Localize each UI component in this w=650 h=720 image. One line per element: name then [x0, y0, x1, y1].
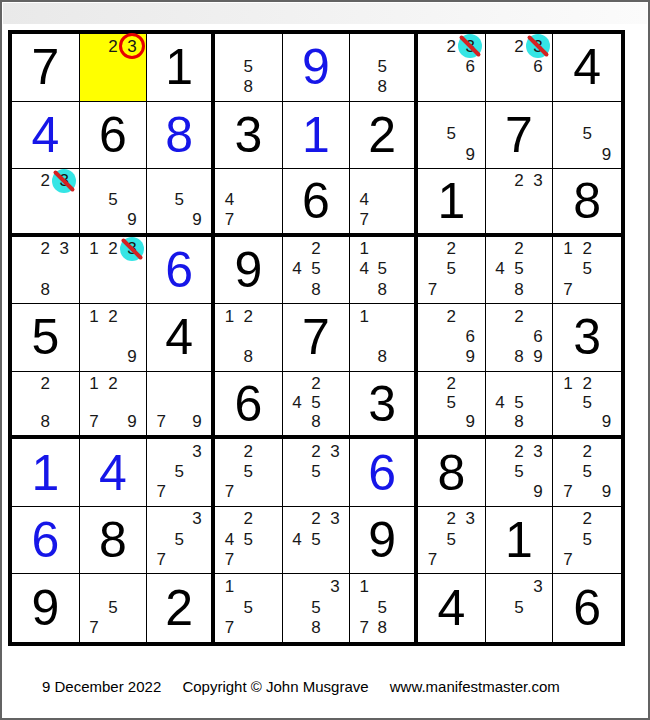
cell-r8c1[interactable]: 6 [12, 507, 80, 575]
candidate-empty [258, 441, 277, 461]
given-digit: 2 [350, 102, 414, 169]
candidate: 2 [578, 441, 597, 461]
candidate-empty [373, 36, 391, 56]
candidate: 7 [423, 279, 442, 299]
cell-r1c5[interactable]: 9 [283, 34, 351, 102]
cell-r5c7[interactable]: 269 [418, 304, 486, 372]
candidate-empty [258, 326, 277, 346]
candidate-empty [36, 209, 55, 228]
candidate-empty [288, 462, 307, 482]
cell-r6c8[interactable]: 458 [486, 372, 554, 440]
candidate-empty [510, 576, 529, 597]
cell-r7c6[interactable]: 6 [350, 439, 418, 507]
candidate-empty [220, 441, 239, 461]
candidate-grid: 2458 [283, 237, 350, 304]
candidate-empty [239, 171, 258, 190]
candidate-empty [85, 347, 104, 367]
cell-r6c7[interactable]: 259 [418, 372, 486, 440]
cell-r2c2[interactable]: 6 [80, 102, 148, 170]
candidate-empty [325, 529, 344, 549]
candidate: 8 [36, 279, 55, 299]
candidate-empty [104, 76, 123, 96]
candidate-empty [17, 259, 36, 279]
candidate: 4 [355, 190, 373, 209]
cell-r1c8[interactable]: 236 [486, 34, 554, 102]
given-digit: 2 [147, 574, 211, 642]
candidate: 9 [597, 144, 616, 164]
candidate: 5 [170, 529, 188, 549]
candidate-eliminated: 3 [122, 239, 141, 259]
candidate-empty [220, 597, 239, 618]
candidate-empty [528, 412, 547, 431]
candidate-empty [355, 597, 373, 618]
cell-r1c9[interactable]: 4 [553, 34, 621, 102]
candidate-empty [258, 617, 277, 638]
candidate: 3 [325, 576, 344, 597]
candidate-empty [104, 279, 123, 299]
candidate: 8 [307, 617, 326, 638]
candidate: 2 [510, 239, 529, 259]
candidate: 7 [220, 617, 239, 638]
candidate: 5 [510, 597, 529, 618]
candidate-empty [55, 190, 74, 209]
candidate: 2 [442, 239, 461, 259]
candidate: 3 [461, 509, 480, 529]
candidate: 5 [578, 462, 597, 482]
candidate-empty [423, 36, 442, 56]
cell-r2c1[interactable]: 4 [12, 102, 80, 170]
candidate-empty [239, 209, 258, 228]
candidate-empty [307, 482, 326, 502]
cell-r4c8[interactable]: 2458 [486, 237, 554, 305]
candidate: 5 [442, 259, 461, 279]
candidate-grid: 58 [350, 34, 414, 101]
footer-website[interactable]: www.manifestmaster.com [390, 678, 560, 695]
candidate: 2 [510, 306, 529, 326]
candidate: 4 [288, 393, 307, 412]
candidate-empty [85, 209, 104, 228]
candidate-empty [578, 549, 597, 569]
candidate-empty [288, 374, 307, 393]
cell-r5c5[interactable]: 7 [283, 304, 351, 372]
cell-r9c1[interactable]: 9 [12, 574, 80, 642]
candidate: 3 [528, 171, 547, 190]
cell-r8c8[interactable]: 1 [486, 507, 554, 575]
candidate-empty [152, 374, 170, 393]
candidate-empty [528, 279, 547, 299]
cell-r5c2[interactable]: 129 [80, 304, 148, 372]
cell-r2c3[interactable]: 8 [147, 102, 215, 170]
candidate: 8 [373, 279, 391, 299]
candidate: 5 [307, 393, 326, 412]
cell-r7c9[interactable]: 2579 [553, 439, 621, 507]
cell-r7c4[interactable]: 257 [215, 439, 283, 507]
cell-r6c6[interactable]: 3 [350, 372, 418, 440]
candidate-empty [528, 597, 547, 618]
candidate-empty [423, 124, 442, 144]
cell-r1c6[interactable]: 58 [350, 34, 418, 102]
candidate: 9 [188, 412, 206, 431]
candidate: 2 [36, 239, 55, 259]
candidate-empty [85, 36, 104, 56]
candidate-empty [288, 412, 307, 431]
cell-r2c4[interactable]: 3 [215, 102, 283, 170]
cell-r4c4[interactable]: 9 [215, 237, 283, 305]
candidate: 8 [510, 279, 529, 299]
given-digit: 6 [553, 574, 621, 642]
candidate-empty [597, 374, 616, 393]
cell-r9c2[interactable]: 57 [80, 574, 148, 642]
candidate-empty [258, 190, 277, 209]
candidate-empty [491, 462, 510, 482]
candidate-empty [104, 617, 123, 638]
candidate: 2 [239, 441, 258, 461]
candidate-empty [17, 374, 36, 393]
candidate: 2 [442, 306, 461, 326]
candidate: 2 [307, 509, 326, 529]
cell-r3c2[interactable]: 59 [80, 169, 148, 237]
candidate: 9 [597, 482, 616, 502]
candidate: 7 [85, 412, 104, 431]
candidate-empty [442, 549, 461, 569]
candidate-empty [85, 56, 104, 76]
candidate-empty [423, 76, 442, 96]
candidate: 5 [307, 597, 326, 618]
candidate-empty [85, 597, 104, 618]
candidate-empty [122, 374, 141, 393]
candidate: 5 [510, 393, 529, 412]
candidate-empty [104, 326, 123, 346]
candidate-empty [391, 209, 409, 228]
candidate-empty [558, 259, 577, 279]
candidate-empty [373, 209, 391, 228]
candidate: 5 [239, 462, 258, 482]
candidate-grid: 23 [12, 169, 79, 233]
candidate-empty [491, 56, 510, 76]
candidate-empty [239, 36, 258, 56]
candidate: 1 [558, 374, 577, 393]
candidate: 2 [510, 441, 529, 461]
candidate-grid: 28 [12, 372, 79, 436]
candidate-empty [491, 209, 510, 228]
cell-r7c3[interactable]: 357 [147, 439, 215, 507]
cell-r6c9[interactable]: 1259 [553, 372, 621, 440]
candidate-empty [122, 617, 141, 638]
candidate-empty [239, 326, 258, 346]
cell-r4c2[interactable]: 123 [80, 237, 148, 305]
cell-r4c1[interactable]: 238 [12, 237, 80, 305]
given-digit: 6 [215, 372, 282, 436]
cell-r7c2[interactable]: 4 [80, 439, 148, 507]
candidate-empty [152, 509, 170, 529]
cell-r6c1[interactable]: 28 [12, 372, 80, 440]
candidate-grid: 59 [147, 169, 211, 233]
candidate-grid: 1257 [553, 237, 621, 304]
candidate-empty [239, 576, 258, 597]
candidate-empty [220, 326, 239, 346]
given-digit: 4 [147, 304, 211, 371]
candidate-empty [558, 144, 577, 164]
cell-r1c3[interactable]: 1 [147, 34, 215, 102]
candidate: 5 [578, 259, 597, 279]
given-digit: 6 [80, 102, 147, 169]
cell-r3c4[interactable]: 47 [215, 169, 283, 237]
candidate-empty [188, 482, 206, 502]
candidate-empty [288, 509, 307, 529]
candidate: 9 [461, 144, 480, 164]
given-digit: 6 [283, 169, 350, 233]
cell-r5c8[interactable]: 2689 [486, 304, 554, 372]
candidate-empty [442, 56, 461, 76]
candidate-empty [423, 144, 442, 164]
candidate-grid: 129 [80, 304, 147, 371]
candidate-empty [170, 412, 188, 431]
candidate-grid: 238 [12, 237, 79, 304]
candidate-grid: 2357 [418, 507, 485, 574]
candidate-empty [152, 462, 170, 482]
candidate-empty [558, 462, 577, 482]
candidate-empty [528, 76, 547, 96]
candidate-empty [188, 393, 206, 412]
cell-r9c6[interactable]: 1578 [350, 574, 418, 642]
cell-r6c5[interactable]: 2458 [283, 372, 351, 440]
cell-r5c9[interactable]: 3 [553, 304, 621, 372]
candidate-empty [122, 576, 141, 597]
cell-r7c5[interactable]: 235 [283, 439, 351, 507]
candidate-empty [122, 56, 141, 76]
cell-r9c3[interactable]: 2 [147, 574, 215, 642]
cell-r8c4[interactable]: 2457 [215, 507, 283, 575]
candidate-empty [325, 412, 344, 431]
candidate-empty [325, 393, 344, 412]
candidate-grid: 59 [418, 102, 485, 169]
cell-r2c8[interactable]: 7 [486, 102, 554, 170]
cell-r1c2[interactable]: 23 [80, 34, 148, 102]
candidate-empty [597, 393, 616, 412]
candidate-empty [597, 259, 616, 279]
candidate-empty [442, 76, 461, 96]
cell-r4c5[interactable]: 2458 [283, 237, 351, 305]
cell-r3c3[interactable]: 59 [147, 169, 215, 237]
cell-r9c4[interactable]: 157 [215, 574, 283, 642]
cell-r4c9[interactable]: 1257 [553, 237, 621, 305]
candidate-empty [170, 509, 188, 529]
candidate: 9 [122, 412, 141, 431]
candidate-empty [325, 462, 344, 482]
cell-r2c7[interactable]: 59 [418, 102, 486, 170]
cell-r6c3[interactable]: 79 [147, 372, 215, 440]
candidate-empty [220, 36, 239, 56]
solved-digit: 8 [147, 102, 211, 169]
candidate-grid: 358 [283, 574, 350, 642]
candidate-empty [288, 441, 307, 461]
cell-r7c7[interactable]: 8 [418, 439, 486, 507]
candidate-empty [258, 597, 277, 618]
candidate: 9 [461, 347, 480, 367]
candidate-empty [461, 279, 480, 299]
candidate-empty [55, 412, 74, 431]
candidate-empty [578, 482, 597, 502]
candidate-empty [17, 209, 36, 228]
candidate-empty [220, 462, 239, 482]
candidate-grid: 57 [80, 574, 147, 642]
candidate: 5 [373, 56, 391, 76]
candidate-empty [423, 239, 442, 259]
cell-r8c9[interactable]: 257 [553, 507, 621, 575]
candidate-empty [355, 347, 373, 367]
candidate: 7 [85, 617, 104, 638]
cell-r2c6[interactable]: 2 [350, 102, 418, 170]
candidate-empty [355, 279, 373, 299]
candidate: 2 [307, 374, 326, 393]
candidate: 7 [152, 412, 170, 431]
candidate: 8 [239, 347, 258, 367]
candidate-empty [258, 36, 277, 56]
cell-r1c7[interactable]: 236 [418, 34, 486, 102]
candidate-empty [188, 190, 206, 209]
cell-r4c7[interactable]: 257 [418, 237, 486, 305]
cell-r3c6[interactable]: 47 [350, 169, 418, 237]
candidate-empty [423, 104, 442, 124]
candidate: 1 [355, 306, 373, 326]
candidate-empty [220, 76, 239, 96]
given-digit: 7 [283, 304, 350, 371]
candidate-empty [55, 259, 74, 279]
cell-r4c3[interactable]: 6 [147, 237, 215, 305]
cell-r1c1[interactable]: 7 [12, 34, 80, 102]
cell-r3c1[interactable]: 23 [12, 169, 80, 237]
candidate: 6 [461, 56, 480, 76]
candidate-empty [528, 393, 547, 412]
candidate-empty [423, 509, 442, 529]
candidate-empty [491, 412, 510, 431]
candidate-empty [597, 441, 616, 461]
candidate: 7 [558, 549, 577, 569]
candidate-empty [461, 76, 480, 96]
candidate: 9 [122, 347, 141, 367]
candidate-empty [288, 597, 307, 618]
given-digit: 7 [486, 102, 553, 169]
candidate-grid: 23 [486, 169, 553, 233]
candidate-empty [597, 549, 616, 569]
given-digit: 8 [418, 439, 485, 506]
candidate-empty [423, 393, 442, 412]
cell-r8c5[interactable]: 2345 [283, 507, 351, 575]
cell-r5c4[interactable]: 128 [215, 304, 283, 372]
candidate-empty [558, 412, 577, 431]
cell-r8c7[interactable]: 2357 [418, 507, 486, 575]
candidate: 3 [55, 239, 74, 259]
candidate-empty [104, 576, 123, 597]
cell-r4c6[interactable]: 1458 [350, 237, 418, 305]
candidate-grid: 2458 [486, 237, 553, 304]
candidate-empty [391, 347, 409, 367]
candidate-grid: 2457 [215, 507, 282, 574]
candidate: 9 [122, 209, 141, 228]
candidate: 7 [220, 549, 239, 569]
candidate-empty [325, 279, 344, 299]
cell-r7c8[interactable]: 2359 [486, 439, 554, 507]
cell-r3c7[interactable]: 1 [418, 169, 486, 237]
given-digit: 4 [553, 34, 621, 101]
cell-r7c1[interactable]: 1 [12, 439, 80, 507]
cell-r9c7[interactable]: 4 [418, 574, 486, 642]
candidate-empty [491, 36, 510, 56]
candidate-empty [258, 306, 277, 326]
cell-r5c1[interactable]: 5 [12, 304, 80, 372]
candidate-empty [442, 347, 461, 367]
cell-r6c2[interactable]: 1279 [80, 372, 148, 440]
cell-r1c4[interactable]: 58 [215, 34, 283, 102]
cell-r9c9[interactable]: 6 [553, 574, 621, 642]
candidate-empty [491, 576, 510, 597]
candidate: 8 [510, 347, 529, 367]
cell-r6c4[interactable]: 6 [215, 372, 283, 440]
candidate-empty [423, 259, 442, 279]
candidate-empty [170, 482, 188, 502]
cell-r9c5[interactable]: 358 [283, 574, 351, 642]
candidate: 4 [288, 259, 307, 279]
cell-r8c3[interactable]: 357 [147, 507, 215, 575]
candidate-empty [491, 441, 510, 461]
candidate-empty [85, 259, 104, 279]
candidate: 5 [239, 529, 258, 549]
candidate-empty [188, 529, 206, 549]
candidate-empty [578, 104, 597, 124]
candidate-grid: 2579 [553, 439, 621, 506]
cell-r3c5[interactable]: 6 [283, 169, 351, 237]
given-digit: 8 [553, 169, 621, 233]
candidate-empty [373, 326, 391, 346]
cell-r3c9[interactable]: 8 [553, 169, 621, 237]
cell-r9c8[interactable]: 35 [486, 574, 554, 642]
candidate-empty [104, 56, 123, 76]
cell-r5c6[interactable]: 18 [350, 304, 418, 372]
candidate: 5 [442, 393, 461, 412]
candidate-circled: 3 [122, 36, 141, 56]
candidate-empty [510, 374, 529, 393]
cell-r8c2[interactable]: 8 [80, 507, 148, 575]
cell-r2c5[interactable]: 1 [283, 102, 351, 170]
candidate-grid: 123 [80, 237, 147, 304]
candidate-empty [558, 104, 577, 124]
cell-r5c3[interactable]: 4 [147, 304, 215, 372]
given-digit: 1 [147, 34, 211, 101]
candidate-empty [288, 279, 307, 299]
candidate-empty [85, 576, 104, 597]
candidate-empty [423, 374, 442, 393]
candidate-empty [325, 239, 344, 259]
cell-r3c8[interactable]: 23 [486, 169, 554, 237]
candidate: 8 [510, 412, 529, 431]
cell-r2c9[interactable]: 59 [553, 102, 621, 170]
cell-r8c6[interactable]: 9 [350, 507, 418, 575]
candidate-empty [258, 171, 277, 190]
candidate: 5 [578, 393, 597, 412]
candidate-empty [55, 209, 74, 228]
candidate: 6 [461, 326, 480, 346]
given-digit: 4 [418, 574, 485, 642]
candidate: 7 [152, 549, 170, 569]
candidate: 2 [442, 374, 461, 393]
candidate-empty [122, 326, 141, 346]
candidate-empty [36, 259, 55, 279]
candidate-grid: 35 [486, 574, 553, 642]
candidate: 2 [578, 374, 597, 393]
candidate: 3 [188, 509, 206, 529]
candidate-empty [85, 393, 104, 412]
given-digit: 3 [553, 304, 621, 371]
